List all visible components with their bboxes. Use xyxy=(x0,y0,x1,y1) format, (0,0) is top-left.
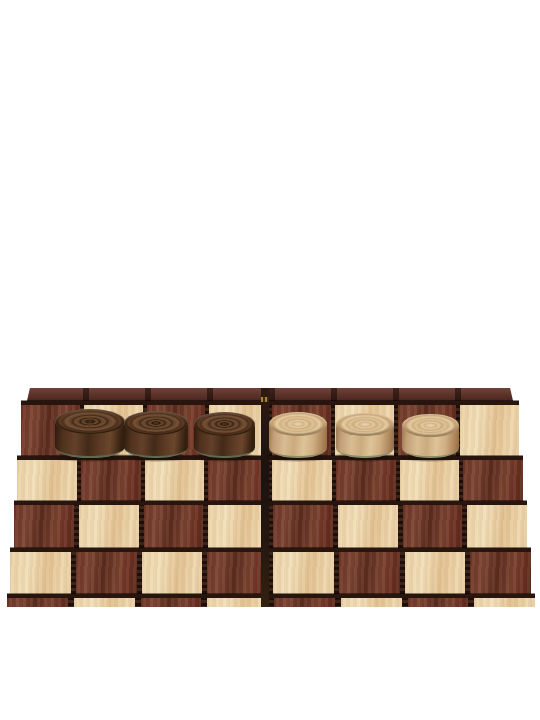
board-rim xyxy=(24,388,515,401)
piece-top xyxy=(269,412,327,436)
board-square xyxy=(74,598,135,607)
board-square xyxy=(14,505,74,548)
board-row xyxy=(17,456,523,501)
board-square xyxy=(336,460,396,501)
product-photo xyxy=(0,388,540,607)
checker-piece-light xyxy=(402,414,459,458)
board-square xyxy=(145,460,205,501)
board-square xyxy=(470,552,531,594)
board-square xyxy=(273,505,333,548)
piece-top xyxy=(194,412,255,436)
board-square xyxy=(460,405,519,456)
board-square xyxy=(79,505,139,548)
board-square xyxy=(17,460,77,501)
checker-piece-dark xyxy=(55,409,125,458)
board-square xyxy=(338,505,398,548)
board-square xyxy=(272,460,332,501)
board-square xyxy=(142,552,203,594)
checker-piece-light xyxy=(269,412,327,458)
board-square xyxy=(400,460,460,501)
board-square xyxy=(274,598,335,607)
checker-piece-dark xyxy=(124,411,188,458)
board-square xyxy=(339,552,400,594)
board-row xyxy=(14,501,527,548)
piece-top xyxy=(402,414,459,437)
board-square xyxy=(144,505,204,548)
board-square xyxy=(405,552,466,594)
board-square xyxy=(76,552,137,594)
board-square xyxy=(10,552,71,594)
board-square xyxy=(81,460,141,501)
board-square xyxy=(474,598,535,607)
board-square xyxy=(207,598,268,607)
board-square xyxy=(207,552,268,594)
board-square xyxy=(403,505,463,548)
board-square xyxy=(208,505,268,548)
board-square xyxy=(208,460,268,501)
board-square xyxy=(463,460,523,501)
board-square xyxy=(141,598,202,607)
board-square xyxy=(467,505,527,548)
board-row xyxy=(7,594,535,607)
board-square xyxy=(7,598,68,607)
board-row xyxy=(10,548,531,594)
board-square xyxy=(408,598,469,607)
checker-piece-dark xyxy=(194,412,255,458)
checker-piece-light xyxy=(336,413,394,458)
board-square xyxy=(273,552,334,594)
board-square xyxy=(341,598,402,607)
board-fold-seam xyxy=(261,388,269,607)
page xyxy=(0,0,540,720)
